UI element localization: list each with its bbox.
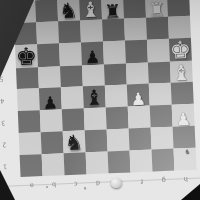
square-d2[interactable] <box>85 130 108 153</box>
square-g3[interactable] <box>150 105 173 128</box>
square-e2[interactable] <box>107 129 130 152</box>
piece-white-bishop[interactable]: ♝ <box>172 63 192 84</box>
stray-pawn[interactable] <box>111 178 122 188</box>
square-g8[interactable]: ♜ <box>145 0 168 18</box>
square-e3[interactable] <box>106 107 129 130</box>
square-d4[interactable]: ♝ <box>83 86 106 109</box>
piece-white-rook[interactable]: ♜ <box>148 0 166 18</box>
square-c4[interactable] <box>61 87 84 110</box>
square-d3[interactable] <box>84 108 107 131</box>
square-g5[interactable] <box>148 61 171 84</box>
square-e6[interactable] <box>103 40 126 64</box>
square-d1[interactable] <box>86 151 109 174</box>
square-b3[interactable] <box>40 110 63 133</box>
board-squares: ♞♝♜♜♚♟♚♝♟♝♟♟♞♞ <box>13 0 196 177</box>
square-f5[interactable] <box>126 62 149 85</box>
rank-label-7: 7 <box>0 24 7 47</box>
square-f2[interactable] <box>129 128 152 151</box>
square-f7[interactable] <box>124 18 147 41</box>
rank-label-4: 4 <box>0 89 10 112</box>
square-a5[interactable] <box>16 67 39 90</box>
square-a4[interactable] <box>17 89 40 112</box>
rank-label-2: 2 <box>0 133 12 156</box>
piece-black-knight[interactable]: ♞ <box>59 1 79 22</box>
square-e5[interactable] <box>104 63 127 86</box>
square-c8[interactable]: ♞ <box>57 0 80 21</box>
square-h6[interactable]: ♚ <box>169 38 192 62</box>
square-c6[interactable] <box>59 42 82 66</box>
square-h5[interactable]: ♝ <box>170 60 193 83</box>
square-h4[interactable] <box>171 82 194 105</box>
square-f4[interactable]: ♟ <box>127 84 150 107</box>
square-b7[interactable] <box>36 21 59 44</box>
square-f3[interactable] <box>128 106 151 129</box>
rank-labels: 87654321 <box>0 2 13 178</box>
piece-black-knight[interactable]: ♞ <box>64 134 84 155</box>
square-a2[interactable] <box>19 132 42 155</box>
square-e8[interactable]: ♜ <box>101 0 124 19</box>
piece-white-king[interactable]: ♚ <box>169 39 191 63</box>
square-g2[interactable] <box>151 127 174 150</box>
border-edge-line <box>0 177 200 189</box>
board-logo-knight-icon: ♞ <box>184 149 191 156</box>
square-b6[interactable] <box>37 43 60 67</box>
square-c1[interactable] <box>64 152 87 175</box>
square-f6[interactable] <box>125 39 148 63</box>
rank-label-5: 5 <box>0 67 9 90</box>
square-h3[interactable]: ♟ <box>172 104 195 127</box>
square-e7[interactable] <box>102 18 125 41</box>
square-d8[interactable]: ♝ <box>79 0 102 20</box>
square-d7[interactable] <box>80 19 103 42</box>
square-b1[interactable] <box>42 153 65 176</box>
square-f1[interactable] <box>130 150 153 173</box>
square-a3[interactable] <box>18 111 41 134</box>
square-d5[interactable] <box>82 64 105 87</box>
square-g4[interactable] <box>149 83 172 106</box>
square-c2[interactable]: ♞ <box>63 131 86 154</box>
square-h2[interactable] <box>173 126 196 149</box>
square-d6[interactable]: ♟ <box>81 41 104 65</box>
square-a6[interactable]: ♚ <box>15 44 38 68</box>
rank-label-6: 6 <box>0 45 8 68</box>
square-b2[interactable] <box>41 131 64 154</box>
square-e1[interactable] <box>108 151 131 174</box>
chess-board: ♞♝♜♜♚♟♚♝♟♝♟♟♞♞ 87654321 abcdefgh <box>0 0 200 200</box>
square-g7[interactable] <box>146 17 169 40</box>
square-b5[interactable] <box>38 66 61 89</box>
square-h8[interactable] <box>167 0 190 17</box>
square-c3[interactable] <box>62 109 85 132</box>
piece-black-king[interactable]: ♚ <box>15 45 37 69</box>
square-c7[interactable] <box>58 20 81 43</box>
square-b4[interactable]: ♟ <box>39 88 62 111</box>
photo-scene: ♞♝♜♜♚♟♚♝♟♝♟♟♞♞ 87654321 abcdefgh <box>0 0 200 200</box>
rank-label-8: 8 <box>0 2 6 25</box>
square-g1[interactable] <box>152 149 175 172</box>
square-a1[interactable] <box>20 154 43 177</box>
rank-label-1: 1 <box>0 155 13 178</box>
piece-black-bishop[interactable]: ♝ <box>85 89 105 110</box>
piece-black-rook[interactable]: ♜ <box>104 2 122 21</box>
square-f8[interactable] <box>123 0 146 18</box>
square-h1[interactable]: ♞ <box>174 148 197 171</box>
rank-label-3: 3 <box>0 111 11 134</box>
square-g6[interactable] <box>147 38 170 62</box>
square-b8[interactable] <box>35 0 58 22</box>
square-e4[interactable] <box>105 85 128 108</box>
square-c5[interactable] <box>60 65 83 88</box>
piece-white-bishop[interactable]: ♝ <box>81 1 101 22</box>
square-a8[interactable] <box>13 0 36 23</box>
